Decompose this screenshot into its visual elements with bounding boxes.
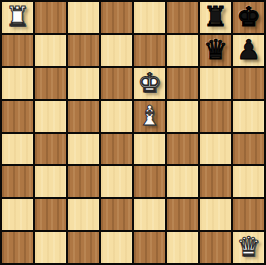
square-h3[interactable]	[233, 166, 264, 197]
square-e2[interactable]	[134, 199, 165, 230]
square-a3[interactable]	[2, 166, 33, 197]
square-b1[interactable]	[35, 232, 66, 263]
square-f4[interactable]	[167, 134, 198, 165]
square-b2[interactable]	[35, 199, 66, 230]
square-d1[interactable]	[101, 232, 132, 263]
square-d3[interactable]	[101, 166, 132, 197]
piece-black-queen-g7[interactable]: ♛	[203, 36, 227, 63]
square-d7[interactable]	[101, 35, 132, 66]
square-e6[interactable]: ♚	[134, 68, 165, 99]
square-d2[interactable]	[101, 199, 132, 230]
square-c2[interactable]	[68, 199, 99, 230]
square-f8[interactable]	[167, 2, 198, 33]
square-h2[interactable]	[233, 199, 264, 230]
square-g4[interactable]	[200, 134, 231, 165]
square-c1[interactable]	[68, 232, 99, 263]
square-e7[interactable]	[134, 35, 165, 66]
square-g8[interactable]: ♜	[200, 2, 231, 33]
square-d8[interactable]	[101, 2, 132, 33]
square-h7[interactable]: ♟	[233, 35, 264, 66]
square-b5[interactable]	[35, 101, 66, 132]
square-a6[interactable]	[2, 68, 33, 99]
piece-black-rook-g8[interactable]: ♜	[203, 3, 227, 30]
square-a2[interactable]	[2, 199, 33, 230]
piece-black-king-h8[interactable]: ♚	[236, 3, 260, 30]
square-a5[interactable]	[2, 101, 33, 132]
piece-white-king-e6[interactable]: ♚	[137, 69, 161, 96]
square-a1[interactable]	[2, 232, 33, 263]
piece-white-bishop-e5[interactable]: ♝	[137, 102, 161, 129]
square-g5[interactable]	[200, 101, 231, 132]
square-d4[interactable]	[101, 134, 132, 165]
square-g1[interactable]	[200, 232, 231, 263]
square-f3[interactable]	[167, 166, 198, 197]
square-c7[interactable]	[68, 35, 99, 66]
square-c4[interactable]	[68, 134, 99, 165]
square-f6[interactable]	[167, 68, 198, 99]
chess-board-window: ♜♜♚♛♟♚♝♛	[0, 0, 266, 265]
square-d5[interactable]	[101, 101, 132, 132]
square-e1[interactable]	[134, 232, 165, 263]
chess-board: ♜♜♚♛♟♚♝♛	[0, 0, 266, 265]
square-c5[interactable]	[68, 101, 99, 132]
square-e5[interactable]: ♝	[134, 101, 165, 132]
square-g7[interactable]: ♛	[200, 35, 231, 66]
square-f5[interactable]	[167, 101, 198, 132]
square-a7[interactable]	[2, 35, 33, 66]
square-b7[interactable]	[35, 35, 66, 66]
square-d6[interactable]	[101, 68, 132, 99]
square-f1[interactable]	[167, 232, 198, 263]
square-h6[interactable]	[233, 68, 264, 99]
square-b3[interactable]	[35, 166, 66, 197]
square-a8[interactable]: ♜	[2, 2, 33, 33]
square-h1[interactable]: ♛	[233, 232, 264, 263]
piece-black-pawn-h7[interactable]: ♟	[236, 36, 260, 63]
square-h8[interactable]: ♚	[233, 2, 264, 33]
square-g2[interactable]	[200, 199, 231, 230]
square-f2[interactable]	[167, 199, 198, 230]
square-f7[interactable]	[167, 35, 198, 66]
piece-white-queen-h1[interactable]: ♛	[236, 233, 260, 260]
square-b4[interactable]	[35, 134, 66, 165]
square-g6[interactable]	[200, 68, 231, 99]
square-b8[interactable]	[35, 2, 66, 33]
square-e8[interactable]	[134, 2, 165, 33]
piece-white-rook-a8[interactable]: ♜	[5, 3, 29, 30]
square-c3[interactable]	[68, 166, 99, 197]
square-h5[interactable]	[233, 101, 264, 132]
square-c6[interactable]	[68, 68, 99, 99]
square-e3[interactable]	[134, 166, 165, 197]
square-a4[interactable]	[2, 134, 33, 165]
square-c8[interactable]	[68, 2, 99, 33]
square-b6[interactable]	[35, 68, 66, 99]
square-h4[interactable]	[233, 134, 264, 165]
square-e4[interactable]	[134, 134, 165, 165]
square-g3[interactable]	[200, 166, 231, 197]
